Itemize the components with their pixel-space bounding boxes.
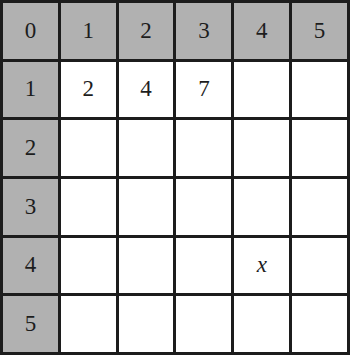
grid-cell-r4c4-unknown-x[interactable]: x: [234, 238, 289, 294]
grid-cell-r5c1[interactable]: [61, 296, 116, 352]
grid-cell-r3c3[interactable]: [176, 179, 231, 235]
grid-cell-r5c2[interactable]: [119, 296, 174, 352]
grid-cell-r2c1[interactable]: [61, 120, 116, 176]
grid-cell-r4c5[interactable]: [292, 238, 347, 294]
grid-cell-r1c3[interactable]: 7: [176, 62, 231, 118]
row-header-cell-r1c0: 1: [3, 62, 58, 118]
grid-cell-r1c2[interactable]: 4: [119, 62, 174, 118]
grid-cell-r2c3[interactable]: [176, 120, 231, 176]
puzzle-grid: 0 1 2 3 4 5 1 2 4 7 2 3 4 x 5: [0, 0, 350, 355]
column-header-cell-r0c2: 2: [119, 3, 174, 59]
grid-cell-r2c4[interactable]: [234, 120, 289, 176]
column-header-cell-r0c5: 5: [292, 3, 347, 59]
grid-cell-r1c4[interactable]: [234, 62, 289, 118]
grid-cell-r3c1[interactable]: [61, 179, 116, 235]
grid-cell-r3c4[interactable]: [234, 179, 289, 235]
grid-cell-r3c2[interactable]: [119, 179, 174, 235]
column-header-cell-r0c4: 4: [234, 3, 289, 59]
row-header-cell-r3c0: 3: [3, 179, 58, 235]
column-header-cell-r0c3: 3: [176, 3, 231, 59]
grid-cell-r5c5[interactable]: [292, 296, 347, 352]
grid-cell-r5c4[interactable]: [234, 296, 289, 352]
grid-cell-r2c2[interactable]: [119, 120, 174, 176]
grid-cell-r4c1[interactable]: [61, 238, 116, 294]
grid-cell-r1c1[interactable]: 2: [61, 62, 116, 118]
row-header-cell-r4c0: 4: [3, 238, 58, 294]
grid-cell-r3c5[interactable]: [292, 179, 347, 235]
grid-cell-r4c3[interactable]: [176, 238, 231, 294]
grid-cell-r1c5[interactable]: [292, 62, 347, 118]
grid-cell-r4c2[interactable]: [119, 238, 174, 294]
column-header-cell-r0c0: 0: [3, 3, 58, 59]
row-header-cell-r5c0: 5: [3, 296, 58, 352]
row-header-cell-r2c0: 2: [3, 120, 58, 176]
column-header-cell-r0c1: 1: [61, 3, 116, 59]
grid-cell-r5c3[interactable]: [176, 296, 231, 352]
grid-cell-r2c5[interactable]: [292, 120, 347, 176]
